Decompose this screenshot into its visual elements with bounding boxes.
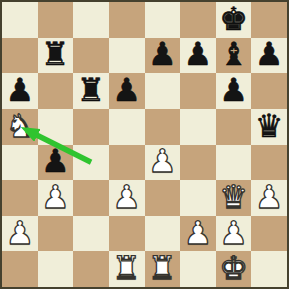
square-g4[interactable] (216, 145, 252, 181)
black-pawn-icon: ♟ (148, 38, 177, 70)
square-e1[interactable]: ♜ (145, 251, 181, 287)
black-pawn-icon: ♟ (5, 74, 34, 106)
square-d2[interactable] (109, 216, 145, 252)
white-pawn-icon: ♟ (255, 181, 284, 213)
square-g6[interactable]: ♟ (216, 73, 252, 109)
square-f1[interactable] (180, 251, 216, 287)
black-bishop-icon: ♝ (219, 38, 248, 70)
white-rook-icon: ♜ (148, 252, 177, 284)
white-pawn-icon: ♟ (112, 181, 141, 213)
square-g5[interactable] (216, 109, 252, 145)
square-c4[interactable] (73, 145, 109, 181)
chess-board-frame: ♚♜♟♟♝♟♟♜♟♟♞♛♟♟♟♟♛♟♟♟♟♜♜♚ (0, 0, 289, 289)
black-queen-icon: ♛ (255, 110, 284, 142)
black-pawn-icon: ♟ (184, 38, 213, 70)
square-a6[interactable]: ♟ (2, 73, 38, 109)
square-h6[interactable] (251, 73, 287, 109)
square-h4[interactable] (251, 145, 287, 181)
square-b1[interactable] (38, 251, 74, 287)
square-e6[interactable] (145, 73, 181, 109)
black-king-icon: ♚ (219, 3, 248, 35)
white-pawn-icon: ♟ (5, 217, 34, 249)
square-f3[interactable] (180, 180, 216, 216)
square-a2[interactable]: ♟ (2, 216, 38, 252)
white-rook-icon: ♜ (112, 252, 141, 284)
square-b4[interactable]: ♟ (38, 145, 74, 181)
white-queen-icon: ♛ (219, 181, 248, 213)
square-g2[interactable]: ♟ (216, 216, 252, 252)
black-pawn-icon: ♟ (255, 38, 284, 70)
black-pawn-icon: ♟ (112, 74, 141, 106)
square-a3[interactable] (2, 180, 38, 216)
square-f2[interactable]: ♟ (180, 216, 216, 252)
square-d8[interactable] (109, 2, 145, 38)
square-f7[interactable]: ♟ (180, 38, 216, 74)
square-g7[interactable]: ♝ (216, 38, 252, 74)
square-b3[interactable]: ♟ (38, 180, 74, 216)
square-b6[interactable] (38, 73, 74, 109)
square-g3[interactable]: ♛ (216, 180, 252, 216)
square-h5[interactable]: ♛ (251, 109, 287, 145)
square-c6[interactable]: ♜ (73, 73, 109, 109)
square-d6[interactable]: ♟ (109, 73, 145, 109)
square-b5[interactable] (38, 109, 74, 145)
square-a1[interactable] (2, 251, 38, 287)
square-c7[interactable] (73, 38, 109, 74)
square-c2[interactable] (73, 216, 109, 252)
black-pawn-icon: ♟ (219, 74, 248, 106)
square-e3[interactable] (145, 180, 181, 216)
square-a4[interactable] (2, 145, 38, 181)
square-b2[interactable] (38, 216, 74, 252)
square-c8[interactable] (73, 2, 109, 38)
square-e2[interactable] (145, 216, 181, 252)
square-h7[interactable]: ♟ (251, 38, 287, 74)
square-e5[interactable] (145, 109, 181, 145)
square-d5[interactable] (109, 109, 145, 145)
square-c1[interactable] (73, 251, 109, 287)
white-pawn-icon: ♟ (41, 181, 70, 213)
square-d1[interactable]: ♜ (109, 251, 145, 287)
square-b7[interactable]: ♜ (38, 38, 74, 74)
square-h1[interactable] (251, 251, 287, 287)
square-d7[interactable] (109, 38, 145, 74)
square-g8[interactable]: ♚ (216, 2, 252, 38)
square-a7[interactable] (2, 38, 38, 74)
square-g1[interactable]: ♚ (216, 251, 252, 287)
square-e4[interactable]: ♟ (145, 145, 181, 181)
square-f4[interactable] (180, 145, 216, 181)
black-rook-icon: ♜ (41, 38, 70, 70)
square-a5[interactable]: ♞ (2, 109, 38, 145)
chess-board: ♚♜♟♟♝♟♟♜♟♟♞♛♟♟♟♟♛♟♟♟♟♜♜♚ (2, 2, 287, 287)
square-f6[interactable] (180, 73, 216, 109)
square-e7[interactable]: ♟ (145, 38, 181, 74)
square-a8[interactable] (2, 2, 38, 38)
black-pawn-icon: ♟ (41, 145, 70, 177)
white-king-icon: ♚ (219, 252, 248, 284)
square-h2[interactable] (251, 216, 287, 252)
square-e8[interactable] (145, 2, 181, 38)
white-pawn-icon: ♟ (219, 217, 248, 249)
black-rook-icon: ♜ (77, 74, 106, 106)
square-d4[interactable] (109, 145, 145, 181)
square-c5[interactable] (73, 109, 109, 145)
square-f5[interactable] (180, 109, 216, 145)
square-h8[interactable] (251, 2, 287, 38)
white-pawn-icon: ♟ (148, 145, 177, 177)
square-b8[interactable] (38, 2, 74, 38)
white-pawn-icon: ♟ (184, 217, 213, 249)
square-c3[interactable] (73, 180, 109, 216)
white-knight-icon: ♞ (5, 110, 34, 142)
square-f8[interactable] (180, 2, 216, 38)
square-h3[interactable]: ♟ (251, 180, 287, 216)
square-d3[interactable]: ♟ (109, 180, 145, 216)
